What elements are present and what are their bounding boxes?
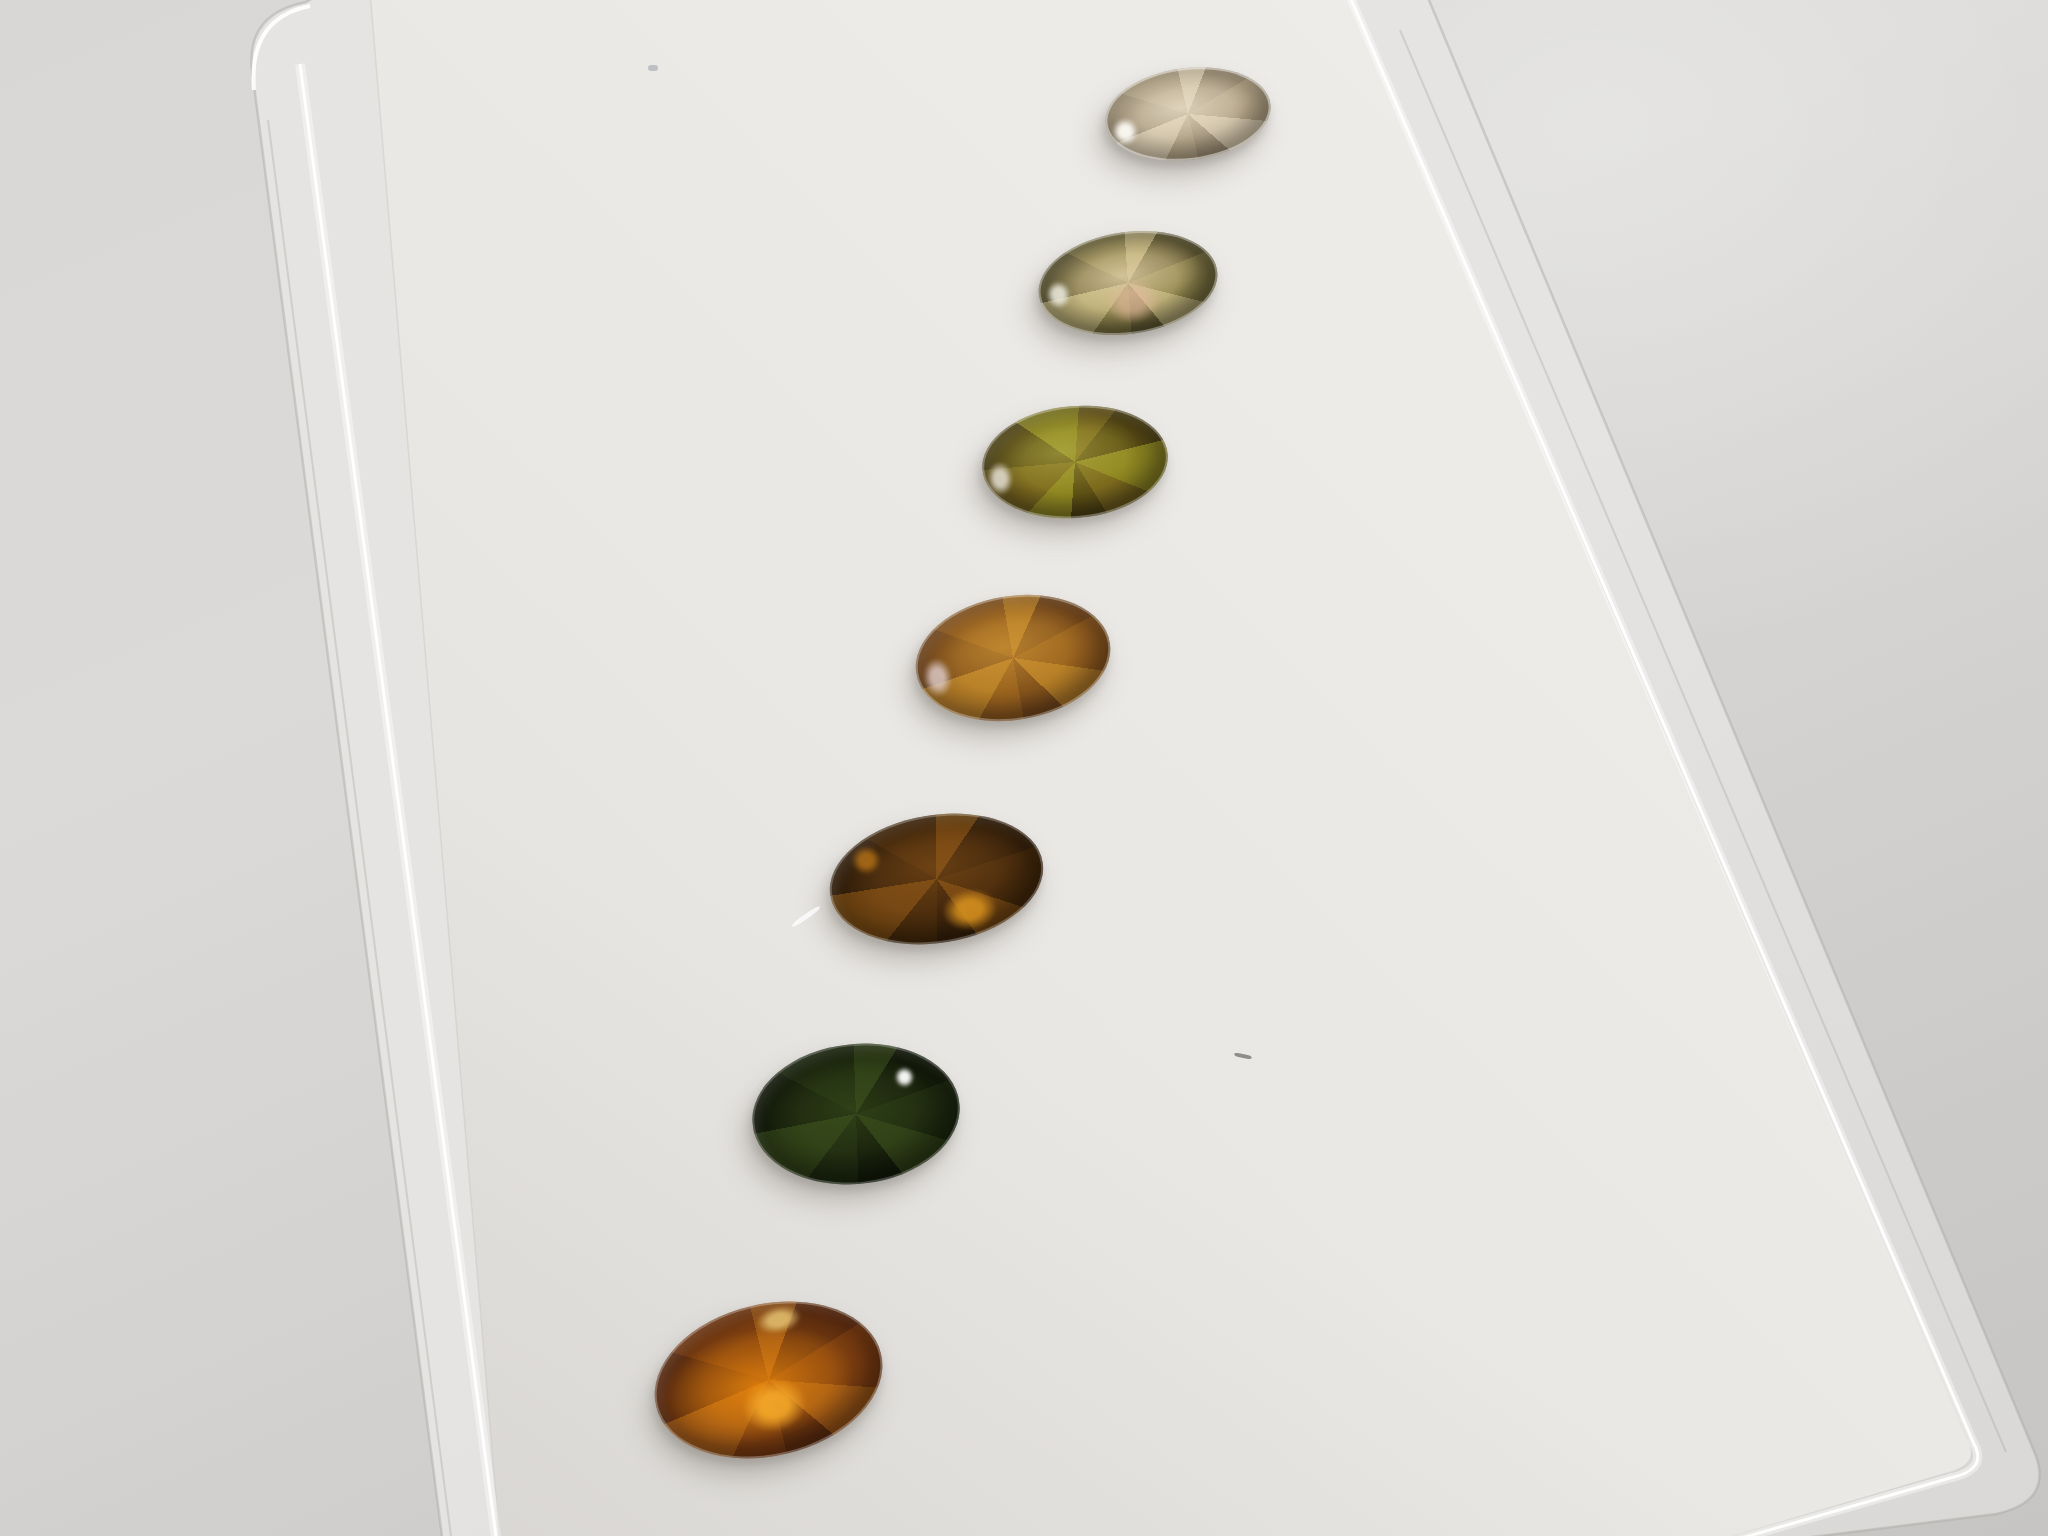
gem-6-dark-green (745, 1034, 966, 1195)
scene-gem-case-photo (0, 0, 2048, 1536)
gem-5-dark-amber (820, 799, 1052, 959)
gem-3-olive-green (977, 398, 1172, 526)
gem-2-glint-2 (1044, 279, 1073, 311)
dust-speck-1 (1234, 1052, 1252, 1060)
gem-2-olive-yellow (1032, 220, 1224, 346)
dust-speck-2 (791, 904, 822, 928)
gem-7-glint-2 (752, 1301, 803, 1338)
gem-6-glint-1 (893, 1066, 916, 1089)
gem-4-glint-1 (920, 656, 955, 700)
gem-1-champagne (1100, 58, 1276, 170)
gem-4-honey-brown (907, 581, 1120, 734)
gem-5-glint-1 (938, 885, 1000, 934)
gem-1-glint-1 (1110, 117, 1140, 148)
gem-7-orange (638, 1280, 897, 1480)
dust-speck-3 (648, 65, 658, 71)
gem-7-glint-1 (736, 1373, 811, 1438)
gems-layer (0, 0, 2048, 1536)
gem-2-glint-1 (1103, 277, 1162, 327)
gem-5-glint-2 (848, 844, 882, 877)
gem-3-glint-1 (985, 461, 1014, 497)
